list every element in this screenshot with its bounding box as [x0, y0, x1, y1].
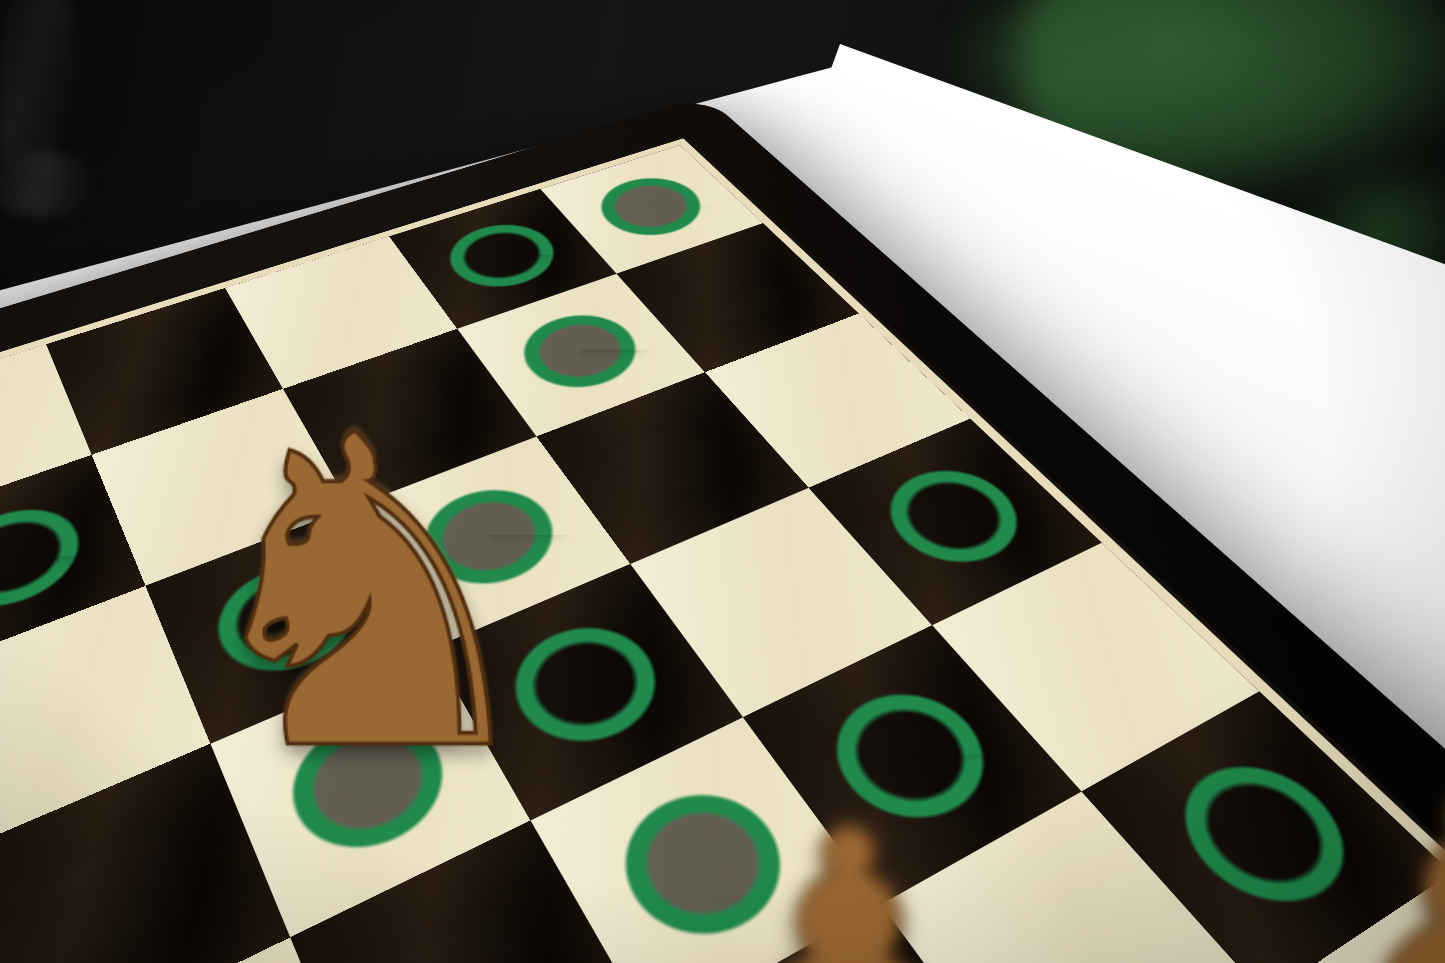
off-board-piece-base [0, 152, 100, 216]
off-board-black-piece [0, 0, 100, 216]
black-pawn-d2: ♟ [0, 328, 124, 581]
white-pawn-h7: ♟ [1328, 756, 1445, 963]
white-pawn-f6: ♟ [700, 789, 995, 963]
off-board-piece-body [0, 0, 78, 172]
square-f6: ♟ [653, 905, 1054, 963]
white-knight-e4: ♞ [175, 381, 559, 810]
chess-photo-scene: ♝♟♜♟♟♟♟♟♟♞♛♚♝♟♟♝♟ [0, 0, 1445, 963]
